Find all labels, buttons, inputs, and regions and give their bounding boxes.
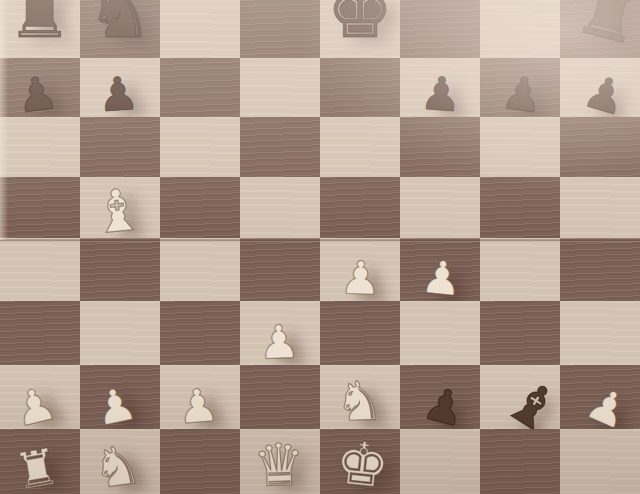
square-a2[interactable]: ♟ <box>0 365 80 429</box>
square-e7[interactable] <box>320 58 400 117</box>
square-e2[interactable]: ♞ <box>320 365 400 429</box>
square-b1[interactable]: ♞ <box>80 429 160 494</box>
square-d5[interactable] <box>240 177 320 238</box>
piece-white-rook-a1[interactable]: ♜ <box>10 441 63 494</box>
square-h3[interactable] <box>560 301 640 365</box>
piece-white-pawn-a2[interactable]: ♟ <box>10 379 61 434</box>
square-c2[interactable]: ♟ <box>160 365 240 429</box>
piece-black-rook-h8[interactable]: ♜ <box>568 0 640 56</box>
square-a4[interactable] <box>0 238 80 301</box>
piece-black-king-e8[interactable]: ♚ <box>327 0 393 48</box>
square-a7[interactable]: ♟ <box>0 58 80 117</box>
square-f3[interactable] <box>400 301 480 365</box>
chessboard-photo: ♜♞♚♜♟♟♟♟♟♝♟♟♟♟♟♟♞♟♝♟♜♞♛♚ <box>0 0 640 494</box>
square-c6[interactable] <box>160 117 240 177</box>
square-d7[interactable] <box>240 58 320 117</box>
square-f2[interactable]: ♟ <box>400 365 480 429</box>
square-g6[interactable] <box>480 117 560 177</box>
piece-black-rook-a8[interactable]: ♜ <box>7 0 73 48</box>
piece-black-pawn-f7[interactable]: ♟ <box>419 70 463 119</box>
square-c8[interactable] <box>160 0 240 58</box>
square-d3[interactable]: ♟ <box>240 301 320 365</box>
square-g7[interactable]: ♟ <box>480 58 560 117</box>
square-f7[interactable]: ♟ <box>400 58 480 117</box>
piece-black-pawn-a7[interactable]: ♟ <box>14 69 61 120</box>
square-h4[interactable] <box>560 238 640 301</box>
square-d2[interactable] <box>240 365 320 429</box>
square-e6[interactable] <box>320 117 400 177</box>
square-a8[interactable]: ♜ <box>0 0 80 58</box>
square-g3[interactable] <box>480 301 560 365</box>
square-c3[interactable] <box>160 301 240 365</box>
square-f8[interactable] <box>400 0 480 58</box>
square-g4[interactable] <box>480 238 560 301</box>
square-b4[interactable] <box>80 238 160 301</box>
square-a1[interactable]: ♜ <box>0 429 80 494</box>
square-e4[interactable]: ♟ <box>320 238 400 301</box>
square-f5[interactable] <box>400 177 480 238</box>
square-g8[interactable] <box>480 0 560 58</box>
square-h1[interactable] <box>560 429 640 494</box>
piece-black-knight-b8[interactable]: ♞ <box>87 0 153 48</box>
piece-white-knight-b1[interactable]: ♞ <box>89 437 144 494</box>
piece-white-pawn-e4[interactable]: ♟ <box>339 254 382 301</box>
piece-white-knight-e2[interactable]: ♞ <box>334 374 384 430</box>
square-b5[interactable]: ♝ <box>80 177 160 238</box>
piece-white-pawn-c2[interactable]: ♟ <box>176 381 221 430</box>
square-f1[interactable] <box>400 429 480 494</box>
square-c7[interactable] <box>160 58 240 117</box>
square-b6[interactable] <box>80 117 160 177</box>
square-d1[interactable]: ♛ <box>240 429 320 494</box>
square-f6[interactable] <box>400 117 480 177</box>
chess-board: ♜♞♚♜♟♟♟♟♟♝♟♟♟♟♟♟♞♟♝♟♜♞♛♚ <box>0 0 640 494</box>
square-a6[interactable] <box>0 117 80 177</box>
square-h8[interactable]: ♜ <box>560 0 640 58</box>
square-h7[interactable]: ♟ <box>560 58 640 117</box>
square-e5[interactable] <box>320 177 400 238</box>
square-d8[interactable] <box>240 0 320 58</box>
square-h6[interactable] <box>560 117 640 177</box>
square-h5[interactable] <box>560 177 640 238</box>
square-d4[interactable] <box>240 238 320 301</box>
square-h2[interactable]: ♟ <box>560 365 640 429</box>
piece-white-king-e1[interactable]: ♚ <box>333 431 393 494</box>
square-e3[interactable] <box>320 301 400 365</box>
square-e8[interactable]: ♚ <box>320 0 400 58</box>
piece-white-queen-d1[interactable]: ♛ <box>252 435 306 494</box>
piece-black-pawn-g7[interactable]: ♟ <box>499 69 546 120</box>
square-a3[interactable] <box>0 301 80 365</box>
piece-white-pawn-b2[interactable]: ♟ <box>91 380 141 434</box>
piece-white-bishop-b5[interactable]: ♝ <box>89 180 147 243</box>
square-f4[interactable]: ♟ <box>400 238 480 301</box>
square-c5[interactable] <box>160 177 240 238</box>
square-g2[interactable]: ♝ <box>480 365 560 429</box>
square-a5[interactable] <box>0 177 80 238</box>
piece-black-pawn-f2[interactable]: ♟ <box>419 379 470 434</box>
square-g5[interactable] <box>480 177 560 238</box>
piece-white-pawn-d3[interactable]: ♟ <box>258 318 301 365</box>
square-e1[interactable]: ♚ <box>320 429 400 494</box>
piece-black-pawn-h7[interactable]: ♟ <box>579 67 631 123</box>
square-d6[interactable] <box>240 117 320 177</box>
square-b8[interactable]: ♞ <box>80 0 160 58</box>
square-b7[interactable]: ♟ <box>80 58 160 117</box>
square-g1[interactable] <box>480 429 560 494</box>
square-c4[interactable] <box>160 238 240 301</box>
square-b3[interactable] <box>80 301 160 365</box>
square-c1[interactable] <box>160 429 240 494</box>
piece-black-pawn-b7[interactable]: ♟ <box>96 70 140 119</box>
square-b2[interactable]: ♟ <box>80 365 160 429</box>
piece-white-pawn-f4[interactable]: ♟ <box>419 253 465 303</box>
